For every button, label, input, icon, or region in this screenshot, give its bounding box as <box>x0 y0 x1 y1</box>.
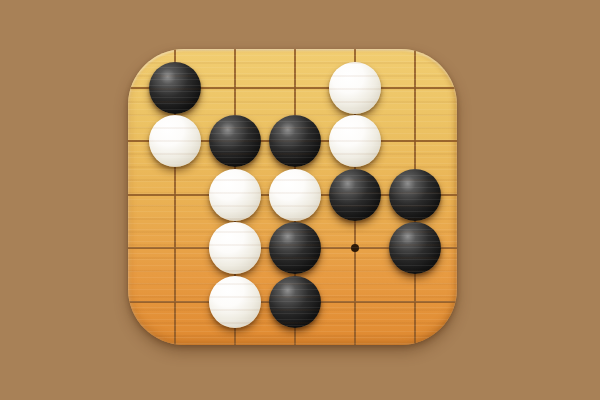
white-stone <box>209 276 261 328</box>
white-stone <box>209 222 261 274</box>
white-stone <box>329 62 381 114</box>
white-stone <box>209 169 261 221</box>
white-stone <box>149 115 201 167</box>
go-board-icon[interactable] <box>128 49 457 345</box>
black-stone <box>209 115 261 167</box>
white-stone <box>269 169 321 221</box>
black-stone <box>269 222 321 274</box>
black-stone <box>389 169 441 221</box>
black-stone <box>149 62 201 114</box>
black-stone <box>269 115 321 167</box>
black-stone <box>269 276 321 328</box>
black-stone <box>389 222 441 274</box>
white-stone <box>329 115 381 167</box>
star-point <box>351 244 359 252</box>
black-stone <box>329 169 381 221</box>
